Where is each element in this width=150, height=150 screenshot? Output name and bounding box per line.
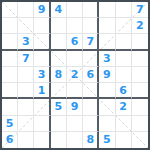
given-digit: 1 — [38, 85, 46, 96]
given-digit: 6 — [6, 134, 14, 145]
cell-r6c3[interactable]: 1 — [34, 83, 50, 99]
cell-r7c8[interactable]: 2 — [116, 99, 132, 115]
cell-r8c4[interactable] — [51, 116, 67, 132]
cell-r8c5[interactable] — [67, 116, 83, 132]
given-digit: 3 — [38, 69, 46, 80]
cell-r4c8[interactable] — [116, 51, 132, 67]
cell-r9c8[interactable] — [116, 132, 132, 148]
cell-r4c2[interactable]: 7 — [18, 51, 34, 67]
cell-r7c1[interactable] — [2, 99, 18, 115]
cell-r3c9[interactable] — [132, 34, 148, 50]
cell-r8c2[interactable] — [18, 116, 34, 132]
cell-r4c5[interactable] — [67, 51, 83, 67]
cell-r8c3[interactable] — [34, 116, 50, 132]
sudoku-grid: 94723677338269165925685 — [2, 2, 148, 148]
cell-r1c3[interactable]: 9 — [34, 2, 50, 18]
cell-r4c6[interactable] — [83, 51, 99, 67]
cell-r2c2[interactable] — [18, 18, 34, 34]
cell-r9c6[interactable]: 8 — [83, 132, 99, 148]
cell-r8c8[interactable] — [116, 116, 132, 132]
cell-r5c6[interactable]: 6 — [83, 67, 99, 83]
cell-r4c1[interactable] — [2, 51, 18, 67]
cell-r2c3[interactable] — [34, 18, 50, 34]
cell-r9c7[interactable]: 5 — [99, 132, 115, 148]
cell-r7c4[interactable]: 5 — [51, 99, 67, 115]
given-digit: 2 — [119, 101, 127, 112]
cell-r7c6[interactable] — [83, 99, 99, 115]
given-digit: 5 — [6, 118, 14, 129]
cell-r1c6[interactable] — [83, 2, 99, 18]
cell-r2c1[interactable] — [2, 18, 18, 34]
cell-r9c9[interactable] — [132, 132, 148, 148]
given-digit: 5 — [54, 101, 62, 112]
cell-r8c7[interactable] — [99, 116, 115, 132]
given-digit: 7 — [86, 36, 94, 47]
given-digit: 8 — [86, 134, 94, 145]
given-digit: 8 — [54, 69, 62, 80]
cell-r6c2[interactable] — [18, 83, 34, 99]
cell-r1c8[interactable] — [116, 2, 132, 18]
cell-r7c2[interactable] — [18, 99, 34, 115]
cell-r3c4[interactable] — [51, 34, 67, 50]
cell-r9c1[interactable]: 6 — [2, 132, 18, 148]
cell-r5c2[interactable] — [18, 67, 34, 83]
cell-r9c5[interactable] — [67, 132, 83, 148]
cell-r7c5[interactable]: 9 — [67, 99, 83, 115]
given-digit: 2 — [71, 69, 79, 80]
cell-r1c9[interactable]: 7 — [132, 2, 148, 18]
given-digit: 9 — [103, 69, 111, 80]
cell-r6c6[interactable] — [83, 83, 99, 99]
cell-r3c2[interactable]: 3 — [18, 34, 34, 50]
sudoku-board: 94723677338269165925685 — [0, 0, 150, 150]
cell-r5c9[interactable] — [132, 67, 148, 83]
cell-r4c9[interactable] — [132, 51, 148, 67]
given-digit: 9 — [71, 101, 79, 112]
cell-r5c3[interactable]: 3 — [34, 67, 50, 83]
cell-r6c1[interactable] — [2, 83, 18, 99]
cell-r9c2[interactable] — [18, 132, 34, 148]
cell-r5c5[interactable]: 2 — [67, 67, 83, 83]
cell-r7c9[interactable] — [132, 99, 148, 115]
cell-r7c3[interactable] — [34, 99, 50, 115]
cell-r8c9[interactable] — [132, 116, 148, 132]
cell-r6c9[interactable] — [132, 83, 148, 99]
cell-r1c7[interactable] — [99, 2, 115, 18]
given-digit: 6 — [119, 85, 127, 96]
cell-r1c1[interactable] — [2, 2, 18, 18]
given-digit: 3 — [103, 53, 111, 64]
cell-r1c5[interactable] — [67, 2, 83, 18]
given-digit: 6 — [86, 69, 94, 80]
cell-r3c5[interactable]: 6 — [67, 34, 83, 50]
cell-r2c4[interactable] — [51, 18, 67, 34]
cell-r8c1[interactable]: 5 — [2, 116, 18, 132]
given-digit: 7 — [136, 4, 144, 15]
cell-r3c6[interactable]: 7 — [83, 34, 99, 50]
given-digit: 7 — [22, 53, 30, 64]
cell-r2c6[interactable] — [83, 18, 99, 34]
given-digit: 3 — [22, 36, 30, 47]
cell-r8c6[interactable] — [83, 116, 99, 132]
given-digit: 2 — [136, 20, 144, 31]
cell-r9c4[interactable] — [51, 132, 67, 148]
cell-r3c1[interactable] — [2, 34, 18, 50]
cell-r4c3[interactable] — [34, 51, 50, 67]
given-digit: 5 — [103, 134, 111, 145]
cell-r4c7[interactable]: 3 — [99, 51, 115, 67]
cell-r3c7[interactable] — [99, 34, 115, 50]
cell-r9c3[interactable] — [34, 132, 50, 148]
cell-r7c7[interactable] — [99, 99, 115, 115]
cell-r1c2[interactable] — [18, 2, 34, 18]
cell-r2c8[interactable] — [116, 18, 132, 34]
cell-r2c9[interactable]: 2 — [132, 18, 148, 34]
cell-r2c5[interactable] — [67, 18, 83, 34]
cell-r4c4[interactable] — [51, 51, 67, 67]
cell-r5c7[interactable]: 9 — [99, 67, 115, 83]
cell-r6c5[interactable] — [67, 83, 83, 99]
cell-r5c4[interactable]: 8 — [51, 67, 67, 83]
cell-r3c3[interactable] — [34, 34, 50, 50]
cell-r6c8[interactable]: 6 — [116, 83, 132, 99]
given-digit: 6 — [71, 36, 79, 47]
cell-r5c1[interactable] — [2, 67, 18, 83]
cell-r6c7[interactable] — [99, 83, 115, 99]
given-digit: 4 — [54, 4, 62, 15]
cell-r1c4[interactable]: 4 — [51, 2, 67, 18]
cell-r6c4[interactable] — [51, 83, 67, 99]
cell-r2c7[interactable] — [99, 18, 115, 34]
cell-r3c8[interactable] — [116, 34, 132, 50]
given-digit: 9 — [38, 4, 46, 15]
cell-r5c8[interactable] — [116, 67, 132, 83]
